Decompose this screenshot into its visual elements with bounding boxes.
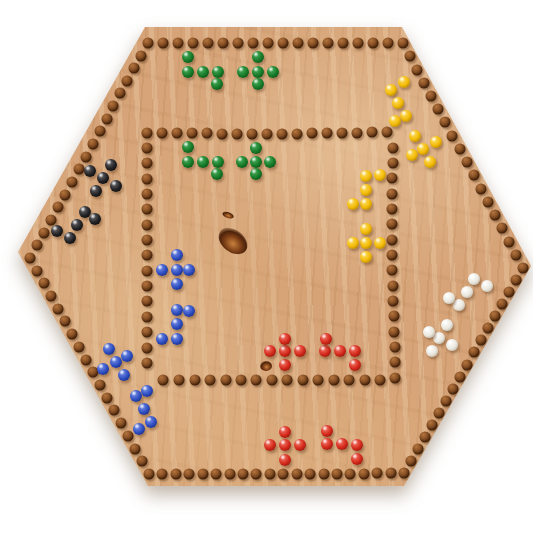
marble-blue[interactable] [138,403,150,415]
outer-track-hole[interactable] [359,469,370,480]
marble-yellow[interactable] [360,251,372,263]
outer-track-hole[interactable] [109,405,120,416]
inner-track-hole[interactable] [142,281,153,292]
outer-track-hole[interactable] [308,38,319,49]
inner-track-hole[interactable] [174,375,185,386]
outer-track-hole[interactable] [462,157,473,168]
inner-track-hole[interactable] [382,127,393,138]
outer-track-hole[interactable] [476,184,487,195]
marble-yellow[interactable] [360,198,372,210]
marble-yellow[interactable] [360,237,372,249]
outer-track-hole[interactable] [102,114,113,125]
inner-track-hole[interactable] [267,375,278,386]
marble-white[interactable] [453,299,465,311]
marble-blue[interactable] [156,264,168,276]
wood-knot [260,361,272,371]
outer-track-hole[interactable] [319,469,330,480]
outer-track-hole[interactable] [158,38,169,49]
inner-track-hole[interactable] [236,375,247,386]
inner-track-hole[interactable] [322,128,333,139]
inner-track-hole[interactable] [344,375,355,386]
inner-track-hole[interactable] [389,311,400,322]
marble-green[interactable] [211,168,223,180]
outer-track-hole[interactable] [398,38,409,49]
inner-track-hole[interactable] [388,158,399,169]
marble-blue[interactable] [171,318,183,330]
outer-track-hole[interactable] [116,418,127,429]
marble-red[interactable] [351,453,363,465]
marble-green[interactable] [197,66,209,78]
inner-track-hole[interactable] [388,281,399,292]
marble-yellow[interactable] [430,136,442,148]
marble-black[interactable] [84,165,96,177]
marble-yellow[interactable] [392,97,404,109]
outer-track-hole[interactable] [278,38,289,49]
marble-white[interactable] [461,286,473,298]
marble-blue[interactable] [171,304,183,316]
marble-red[interactable] [334,345,346,357]
outer-track-hole[interactable] [67,177,78,188]
outer-track-hole[interactable] [469,347,480,358]
marble-white[interactable] [468,273,480,285]
marble-black[interactable] [51,225,63,237]
outer-track-hole[interactable] [497,299,508,310]
inner-track-hole[interactable] [390,342,401,353]
outer-track-hole[interactable] [455,144,466,155]
marble-white[interactable] [443,292,455,304]
inner-track-hole[interactable] [190,375,201,386]
marble-blue[interactable] [156,333,168,345]
outer-track-hole[interactable] [198,469,209,480]
outer-track-hole[interactable] [504,287,515,298]
marble-blue[interactable] [183,264,195,276]
outer-track-hole[interactable] [53,304,64,315]
outer-track-hole[interactable] [412,65,423,76]
outer-track-hole[interactable] [332,469,343,480]
outer-track-hole[interactable] [483,197,494,208]
marble-red[interactable] [279,426,291,438]
inner-track-hole[interactable] [360,375,371,386]
inner-track-hole[interactable] [142,143,153,154]
outer-track-hole[interactable] [511,275,522,286]
marble-blue[interactable] [183,305,195,317]
outer-track-hole[interactable] [383,38,394,49]
outer-track-hole[interactable] [74,342,85,353]
marble-red[interactable] [319,345,331,357]
inner-track-hole[interactable] [142,266,153,277]
marble-yellow[interactable] [424,156,436,168]
wood-knot [17,215,30,232]
marble-green[interactable] [250,168,262,180]
marble-white[interactable] [446,339,458,351]
marble-red[interactable] [321,425,333,437]
marble-green[interactable] [267,66,279,78]
inner-track-hole[interactable] [282,375,293,386]
outer-track-hole[interactable] [399,468,410,479]
outer-track-hole[interactable] [448,384,459,395]
outer-track-hole[interactable] [144,469,155,480]
outer-track-hole[interactable] [490,311,501,322]
outer-track-hole[interactable] [469,170,480,181]
inner-track-hole[interactable] [187,128,198,139]
outer-track-hole[interactable] [504,237,515,248]
marble-blue[interactable] [171,278,183,290]
outer-track-hole[interactable] [426,91,437,102]
marble-blue[interactable] [121,350,133,362]
marble-yellow[interactable] [400,110,412,122]
outer-track-hole[interactable] [338,38,349,49]
wood-knot [221,210,234,220]
inner-track-hole[interactable] [142,312,153,323]
marble-yellow[interactable] [417,143,429,155]
inner-track-hole[interactable] [388,296,399,307]
inner-track-hole[interactable] [247,129,258,140]
outer-track-hole[interactable] [386,468,397,479]
marble-yellow[interactable] [347,198,359,210]
inner-track-hole[interactable] [292,129,303,140]
outer-track-hole[interactable] [406,456,417,467]
marble-red[interactable] [279,454,291,466]
inner-track-hole[interactable] [142,204,153,215]
outer-track-hole[interactable] [233,38,244,49]
marble-yellow[interactable] [385,84,397,96]
marble-green[interactable] [212,156,224,168]
marble-green[interactable] [182,51,194,63]
marble-green[interactable] [212,66,224,78]
inner-track-hole[interactable] [277,129,288,140]
outer-track-hole[interactable] [95,380,106,391]
inner-track-hole[interactable] [387,189,398,200]
marble-yellow[interactable] [374,169,386,181]
marble-green[interactable] [252,51,264,63]
marble-white[interactable] [426,345,438,357]
outer-track-hole[interactable] [32,240,43,251]
outer-track-hole[interactable] [248,38,259,49]
outer-track-hole[interactable] [251,469,262,480]
outer-track-hole[interactable] [419,78,430,89]
marble-green[interactable] [182,156,194,168]
inner-track-hole[interactable] [352,128,363,139]
marble-red[interactable] [351,439,363,451]
inner-track-hole[interactable] [337,128,348,139]
outer-track-hole[interactable] [476,335,487,346]
outer-track-hole[interactable] [136,51,147,62]
outer-track-hole[interactable] [137,456,148,467]
inner-track-hole[interactable] [158,375,169,386]
outer-track-hole[interactable] [413,444,424,455]
inner-track-hole[interactable] [387,173,398,184]
inner-track-hole[interactable] [142,235,153,246]
outer-track-hole[interactable] [353,38,364,49]
inner-track-hole[interactable] [387,204,398,215]
outer-track-hole[interactable] [39,228,50,239]
marble-red[interactable] [336,438,348,450]
marble-red[interactable] [320,333,332,345]
marble-blue[interactable] [118,369,130,381]
marble-red[interactable] [294,345,306,357]
marble-white[interactable] [481,280,493,292]
outer-track-hole[interactable] [447,131,458,142]
marble-black[interactable] [110,180,122,192]
outer-track-hole[interactable] [115,88,126,99]
outer-track-hole[interactable] [143,38,154,49]
board-shadow [0,0,533,533]
outer-track-hole[interactable] [345,469,356,480]
outer-track-hole[interactable] [32,266,43,277]
inner-track-hole[interactable] [389,327,400,338]
inner-track-hole[interactable] [387,265,398,276]
wood-knot [214,222,253,259]
outer-track-hole[interactable] [81,152,92,163]
inner-track-hole[interactable] [142,220,153,231]
outer-track-hole[interactable] [108,101,119,112]
inner-track-hole[interactable] [387,219,398,230]
inner-track-hole[interactable] [390,357,401,368]
outer-track-hole[interactable] [218,38,229,49]
marble-black[interactable] [105,159,117,171]
outer-track-hole[interactable] [455,372,466,383]
outer-track-hole[interactable] [81,355,92,366]
inner-track-hole[interactable] [251,375,262,386]
outer-track-hole[interactable] [74,164,85,175]
outer-track-hole[interactable] [88,139,99,150]
marble-yellow[interactable] [347,237,359,249]
outer-track-hole[interactable] [292,469,303,480]
marble-yellow[interactable] [406,149,418,161]
outer-track-hole[interactable] [60,316,71,327]
outer-track-hole[interactable] [462,360,473,371]
outer-track-hole[interactable] [483,323,494,334]
marble-white[interactable] [441,319,453,331]
marble-black[interactable] [89,213,101,225]
outer-track-hole[interactable] [305,469,316,480]
inner-track-hole[interactable] [387,235,398,246]
marble-yellow[interactable] [360,184,372,196]
marble-yellow[interactable] [374,237,386,249]
outer-track-hole[interactable] [130,444,141,455]
marble-black[interactable] [90,185,102,197]
outer-track-hole[interactable] [427,420,438,431]
inner-track-hole[interactable] [157,128,168,139]
inner-track-hole[interactable] [142,189,153,200]
marble-red[interactable] [294,439,306,451]
outer-track-hole[interactable] [39,278,50,289]
marble-green[interactable] [250,156,262,168]
outer-track-hole[interactable] [434,408,445,419]
marble-red[interactable] [349,359,361,371]
marble-green[interactable] [250,142,262,154]
outer-track-hole[interactable] [203,38,214,49]
inner-track-hole[interactable] [390,373,401,384]
outer-track-hole[interactable] [433,104,444,115]
inner-track-hole[interactable] [388,143,399,154]
marble-green[interactable] [252,66,264,78]
outer-track-hole[interactable] [188,38,199,49]
marble-blue[interactable] [171,333,183,345]
outer-track-hole[interactable] [511,250,522,261]
outer-track-hole[interactable] [263,38,274,49]
outer-track-hole[interactable] [46,215,57,226]
marble-black[interactable] [97,172,109,184]
inner-track-hole[interactable] [142,250,153,261]
marble-yellow[interactable] [389,115,401,127]
marble-red[interactable] [264,439,276,451]
inner-track-hole[interactable] [329,375,340,386]
inner-track-hole[interactable] [142,296,153,307]
inner-track-hole[interactable] [205,375,216,386]
outer-track-hole[interactable] [323,38,334,49]
outer-track-hole[interactable] [225,469,236,480]
marble-green[interactable] [211,78,223,90]
outer-track-hole[interactable] [420,432,431,443]
outer-track-hole[interactable] [129,63,140,74]
outer-track-hole[interactable] [157,469,168,480]
inner-track-hole[interactable] [298,375,309,386]
inner-track-hole[interactable] [142,343,153,354]
marble-red[interactable] [279,359,291,371]
marble-green[interactable] [252,78,264,90]
outer-track-hole[interactable] [278,469,289,480]
inner-track-hole[interactable] [142,158,153,169]
inner-track-hole[interactable] [375,375,386,386]
inner-track-hole[interactable] [217,129,228,140]
marble-blue[interactable] [145,416,157,428]
outer-track-hole[interactable] [490,210,501,221]
outer-track-hole[interactable] [184,469,195,480]
outer-track-hole[interactable] [46,291,57,302]
marble-yellow[interactable] [398,76,410,88]
marble-white[interactable] [433,332,445,344]
inner-track-hole[interactable] [387,250,398,261]
outer-track-hole[interactable] [171,469,182,480]
inner-track-hole[interactable] [367,127,378,138]
marble-red[interactable] [279,333,291,345]
marble-yellow[interactable] [360,223,372,235]
marble-blue[interactable] [133,423,145,435]
marble-red[interactable] [279,345,291,357]
outer-track-hole[interactable] [497,223,508,234]
board-photo [0,0,533,533]
marble-yellow[interactable] [409,130,421,142]
marble-green[interactable] [264,156,276,168]
outer-track-hole[interactable] [238,469,249,480]
inner-track-hole[interactable] [142,174,153,185]
outer-track-hole[interactable] [265,469,276,480]
inner-track-hole[interactable] [221,375,232,386]
outer-track-hole[interactable] [440,117,451,128]
marble-green[interactable] [237,66,249,78]
outer-track-hole[interactable] [368,38,379,49]
marble-red[interactable] [279,439,291,451]
inner-track-hole[interactable] [142,358,153,369]
inner-track-hole[interactable] [313,375,324,386]
marble-blue[interactable] [141,385,153,397]
outer-track-hole[interactable] [25,253,36,264]
outer-track-hole[interactable] [67,329,78,340]
outer-track-hole[interactable] [173,38,184,49]
inner-track-hole[interactable] [142,327,153,338]
inner-track-hole[interactable] [232,129,243,140]
outer-track-hole[interactable] [372,468,383,479]
outer-track-hole[interactable] [122,76,133,87]
outer-track-hole[interactable] [211,469,222,480]
inner-track-hole[interactable] [262,129,273,140]
marble-blue[interactable] [110,356,122,368]
outer-track-hole[interactable] [123,431,134,442]
marble-red[interactable] [349,345,361,357]
inner-track-hole[interactable] [202,128,213,139]
outer-track-hole[interactable] [441,396,452,407]
marble-red[interactable] [264,345,276,357]
marble-red[interactable] [321,438,333,450]
marble-white[interactable] [423,326,435,338]
marble-blue[interactable] [103,343,115,355]
inner-track-hole[interactable] [142,128,153,139]
marble-green[interactable] [182,141,194,153]
marble-blue[interactable] [171,249,183,261]
outer-track-hole[interactable] [53,202,64,213]
outer-track-hole[interactable] [102,393,113,404]
marble-green[interactable] [182,66,194,78]
marble-yellow[interactable] [360,170,372,182]
marble-blue[interactable] [171,264,183,276]
inner-track-hole[interactable] [172,128,183,139]
marble-black[interactable] [71,219,83,231]
marble-blue[interactable] [97,363,109,375]
outer-track-hole[interactable] [95,126,106,137]
board-hexagon [0,0,533,533]
marble-black[interactable] [64,232,76,244]
outer-track-hole[interactable] [60,190,71,201]
marble-green[interactable] [197,156,209,168]
inner-track-hole[interactable] [307,128,318,139]
outer-track-hole[interactable] [293,38,304,49]
marble-green[interactable] [236,156,248,168]
outer-track-hole[interactable] [518,263,529,274]
outer-track-hole[interactable] [405,51,416,62]
